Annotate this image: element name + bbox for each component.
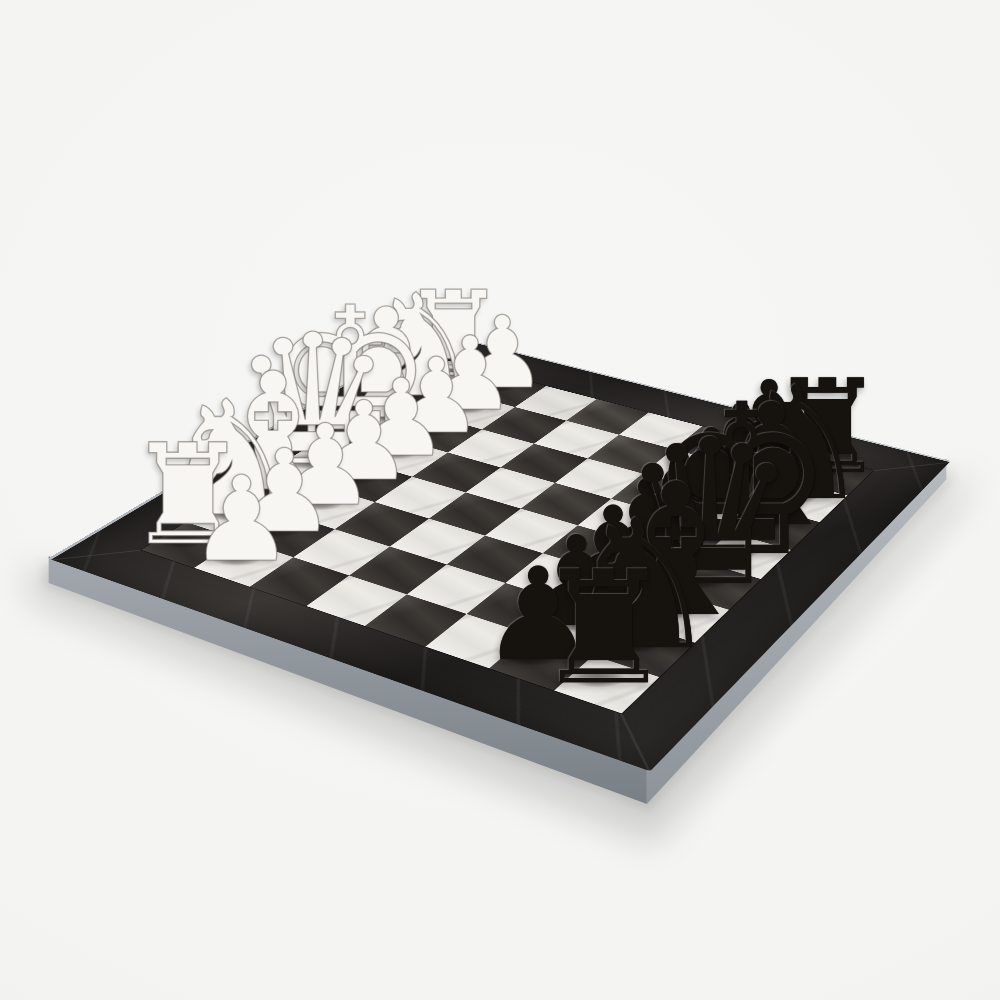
piece-white-pawn-a2[interactable]: ♟ <box>189 461 294 579</box>
piece-black-rook-a8[interactable]: ♜ <box>534 550 674 706</box>
product-photo-chess-set: ♜♟♞♟♝♟♚♟♟♛♜♟♟♝♞♟♟♞♝♟♟♜♚♟♟♛♟♝♟♞♟♜ <box>0 0 1000 1000</box>
pieces-layer: ♜♟♞♟♝♟♚♟♟♛♜♟♟♝♞♟♟♞♝♟♟♜♚♟♟♛♟♝♟♞♟♜ <box>0 0 1000 1000</box>
